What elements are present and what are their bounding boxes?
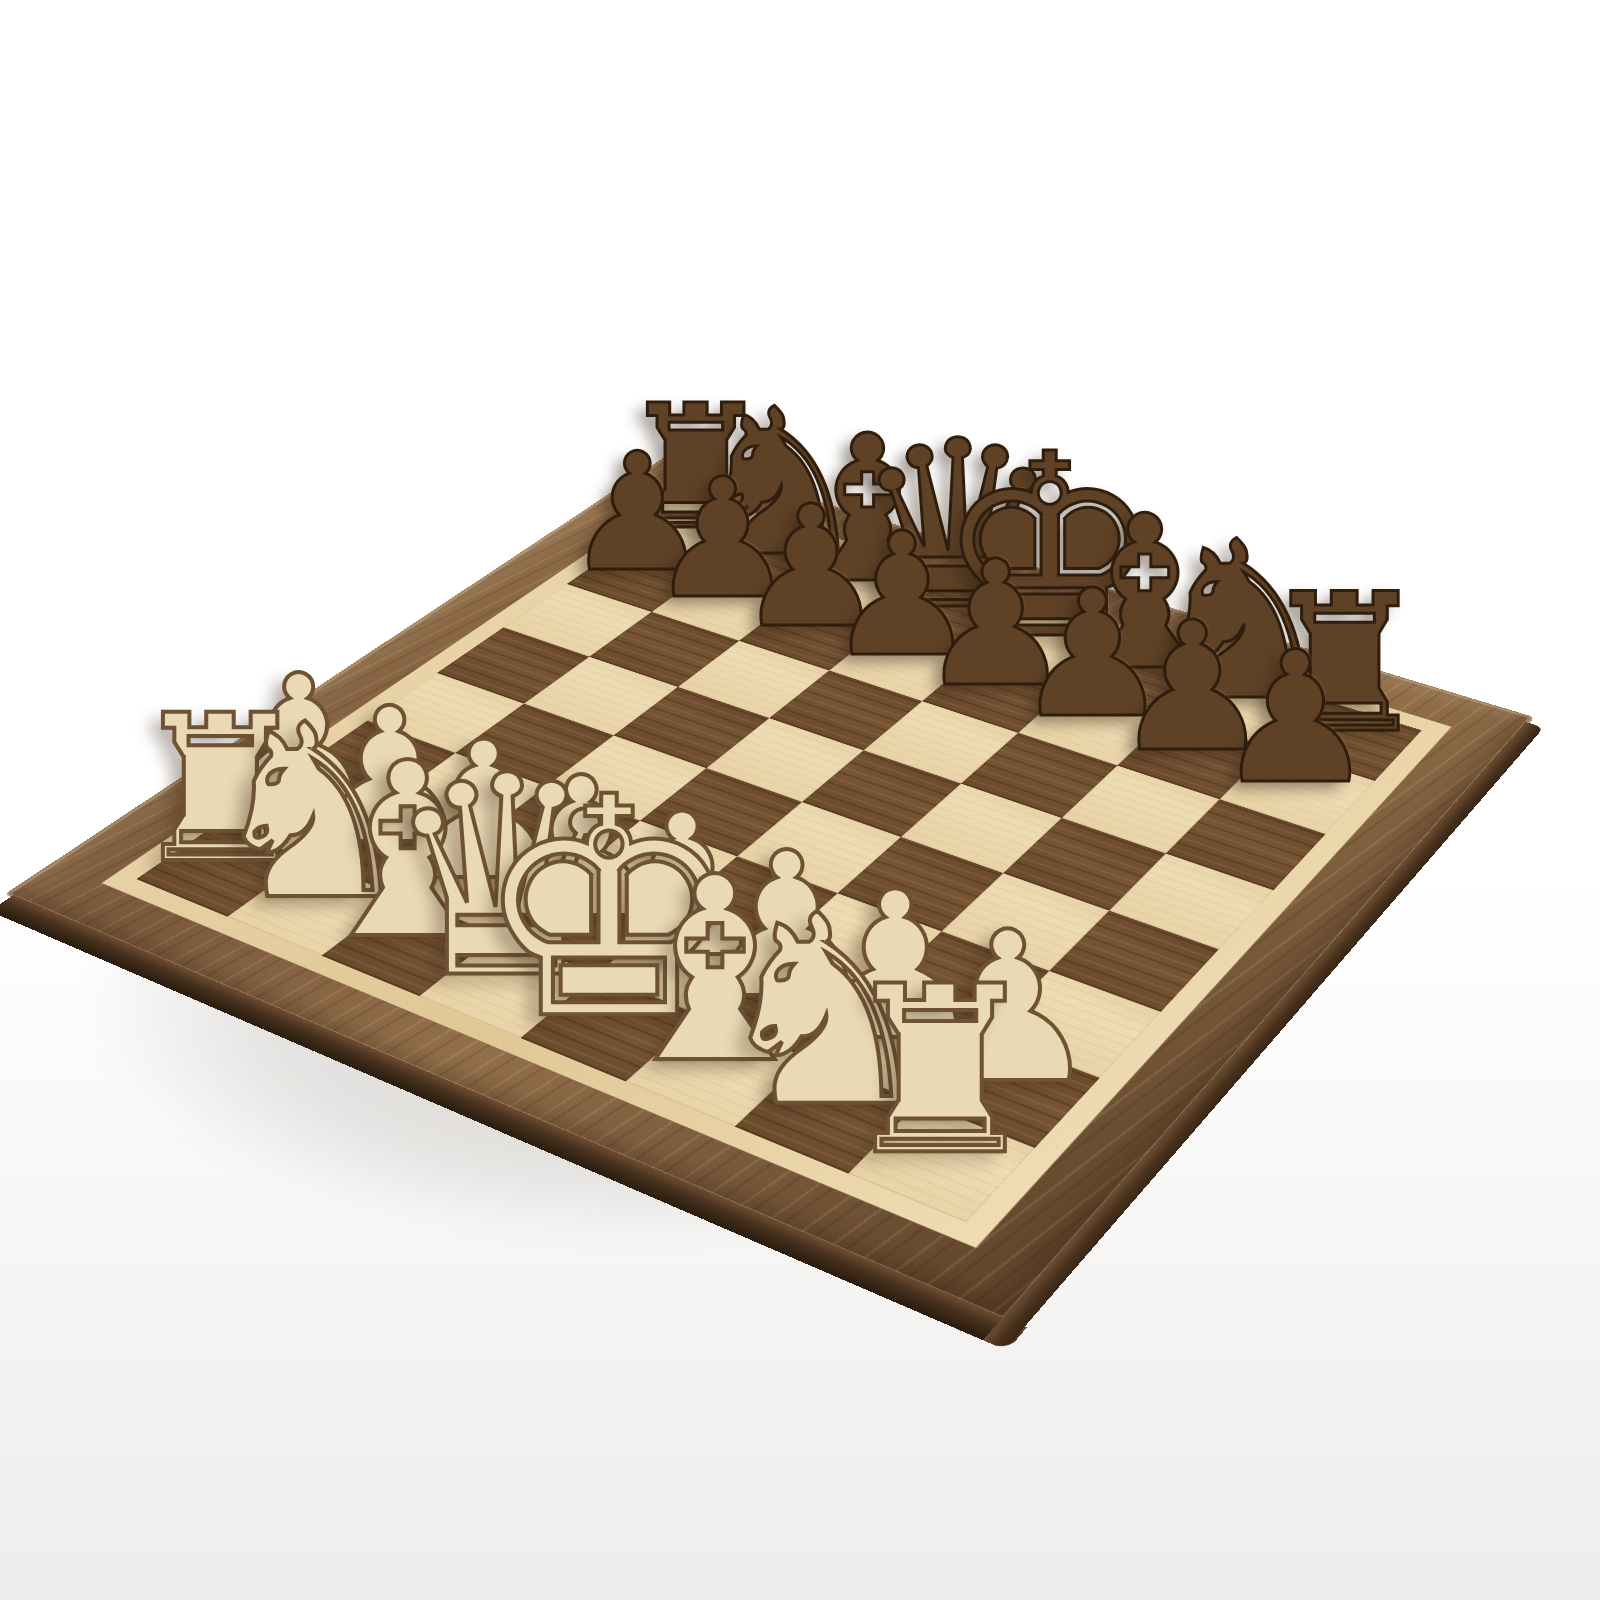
scene: ♜♞♝♛♚♝♞♜♟♟♟♟♟♟♟♟♟♟♟♟♟♟♟♟♜♞♝♛♚♝♞♜ (0, 0, 1600, 1600)
